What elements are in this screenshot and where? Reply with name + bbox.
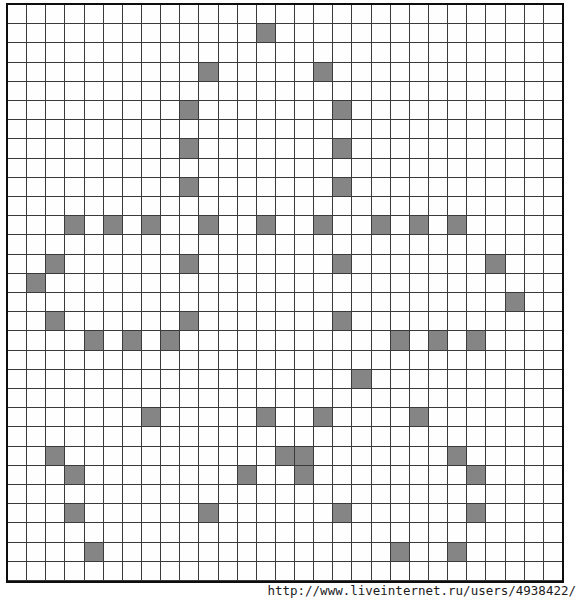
cell-r7c15-empty (295, 139, 313, 157)
cell-r27c4-empty (85, 523, 103, 541)
cell-r2c18-empty (352, 43, 370, 61)
cell-r13c1-empty (27, 255, 45, 273)
cell-r10c13-empty (257, 197, 275, 215)
cell-r18c3-empty (65, 351, 83, 369)
cell-r12c5-empty (104, 235, 122, 253)
cell-r22c25-empty (486, 427, 504, 445)
cell-r17c11-empty (219, 331, 237, 349)
cell-r7c12-empty (238, 139, 256, 157)
cell-r18c4-empty (85, 351, 103, 369)
cell-r28c26-empty (506, 543, 524, 561)
cell-r21c11-empty (219, 408, 237, 426)
cell-r23c5-empty (104, 447, 122, 465)
cell-r28c15-empty (295, 543, 313, 561)
cell-r27c25-empty (486, 523, 504, 541)
cell-r2c8-empty (161, 43, 179, 61)
cell-r19c6-empty (123, 370, 141, 388)
cell-r29c25-empty (486, 562, 504, 580)
cell-r0c23-empty (448, 5, 466, 23)
cell-r15c28-empty (544, 293, 562, 311)
cell-r3c28-empty (544, 63, 562, 81)
cell-r10c23-empty (448, 197, 466, 215)
cell-r18c26-empty (506, 351, 524, 369)
cell-r0c27-empty (525, 5, 543, 23)
cell-r16c8-empty (161, 312, 179, 330)
cell-r26c23-empty (448, 504, 466, 522)
cell-r1c6-empty (123, 24, 141, 42)
cell-r11c2-empty (46, 216, 64, 234)
cell-r6c17-empty (333, 120, 351, 138)
cell-r15c11-empty (219, 293, 237, 311)
cell-r18c22-empty (429, 351, 447, 369)
cell-r0c22-empty (429, 5, 447, 23)
cell-r14c26-empty (506, 274, 524, 292)
cell-r11c18-empty (352, 216, 370, 234)
cell-r4c9-empty (180, 82, 198, 100)
cell-r21c9-empty (180, 408, 198, 426)
cell-r14c5-empty (104, 274, 122, 292)
cell-r20c16-empty (314, 389, 332, 407)
cell-r5c10-empty (199, 101, 217, 119)
cell-r14c1-filled (27, 274, 45, 292)
cell-r5c4-empty (85, 101, 103, 119)
cell-r21c10-empty (199, 408, 217, 426)
cell-r1c20-empty (391, 24, 409, 42)
cell-r0c19-empty (372, 5, 390, 23)
cell-r25c4-empty (85, 485, 103, 503)
cell-r2c24-empty (467, 43, 485, 61)
cell-r17c21-empty (410, 331, 428, 349)
cell-r24c22-empty (429, 466, 447, 484)
cell-r14c27-empty (525, 274, 543, 292)
cell-r24c10-empty (199, 466, 217, 484)
cell-r7c17-filled (333, 139, 351, 157)
cell-r28c4-filled (85, 543, 103, 561)
cell-r14c24-empty (467, 274, 485, 292)
cell-r27c7-empty (142, 523, 160, 541)
cell-r23c28-empty (544, 447, 562, 465)
cell-r13c3-empty (65, 255, 83, 273)
cell-r18c18-empty (352, 351, 370, 369)
cell-r20c22-empty (429, 389, 447, 407)
cell-r9c22-empty (429, 178, 447, 196)
cell-r18c7-empty (142, 351, 160, 369)
cell-r21c27-empty (525, 408, 543, 426)
cell-r4c2-empty (46, 82, 64, 100)
cell-r23c16-empty (314, 447, 332, 465)
cell-r6c9-empty (180, 120, 198, 138)
cell-r22c19-empty (372, 427, 390, 445)
cell-r18c10-empty (199, 351, 217, 369)
cell-r0c2-empty (46, 5, 64, 23)
cell-r6c21-empty (410, 120, 428, 138)
cell-r28c22-empty (429, 543, 447, 561)
cell-r0c13-empty (257, 5, 275, 23)
cell-r29c18-empty (352, 562, 370, 580)
cell-r25c3-empty (65, 485, 83, 503)
cell-r14c12-empty (238, 274, 256, 292)
cell-r0c14-empty (276, 5, 294, 23)
cell-r3c1-empty (27, 63, 45, 81)
cell-r5c0-empty (8, 101, 26, 119)
cell-r7c24-empty (467, 139, 485, 157)
cell-r28c1-empty (27, 543, 45, 561)
cell-r3c24-empty (467, 63, 485, 81)
cell-r13c16-empty (314, 255, 332, 273)
cell-r20c24-empty (467, 389, 485, 407)
cell-r29c27-empty (525, 562, 543, 580)
cell-r25c22-empty (429, 485, 447, 503)
cell-r28c20-filled (391, 543, 409, 561)
cell-r4c4-empty (85, 82, 103, 100)
cell-r23c20-empty (391, 447, 409, 465)
cell-r3c26-empty (506, 63, 524, 81)
cell-r26c8-empty (161, 504, 179, 522)
cell-r25c14-empty (276, 485, 294, 503)
cell-r1c14-empty (276, 24, 294, 42)
cell-r27c2-empty (46, 523, 64, 541)
cell-r22c24-empty (467, 427, 485, 445)
cell-r23c12-empty (238, 447, 256, 465)
cell-r17c23-empty (448, 331, 466, 349)
cell-r10c28-empty (544, 197, 562, 215)
cell-r0c26-empty (506, 5, 524, 23)
cell-r25c20-empty (391, 485, 409, 503)
cell-r4c7-empty (142, 82, 160, 100)
cell-r25c7-empty (142, 485, 160, 503)
cell-r17c20-filled (391, 331, 409, 349)
cell-r28c19-empty (372, 543, 390, 561)
cell-r13c23-empty (448, 255, 466, 273)
cell-r24c9-empty (180, 466, 198, 484)
cell-r2c22-empty (429, 43, 447, 61)
cell-r11c15-empty (295, 216, 313, 234)
cell-r1c17-empty (333, 24, 351, 42)
cell-r6c23-empty (448, 120, 466, 138)
cell-r9c20-empty (391, 178, 409, 196)
cell-r5c24-empty (467, 101, 485, 119)
cell-r27c6-empty (123, 523, 141, 541)
cell-r2c10-empty (199, 43, 217, 61)
cell-r26c6-empty (123, 504, 141, 522)
cell-r6c28-empty (544, 120, 562, 138)
cell-r22c4-empty (85, 427, 103, 445)
cell-r22c15-empty (295, 427, 313, 445)
cell-r2c25-empty (486, 43, 504, 61)
cell-r7c23-empty (448, 139, 466, 157)
cell-r12c1-empty (27, 235, 45, 253)
cell-r16c28-empty (544, 312, 562, 330)
cell-r1c16-empty (314, 24, 332, 42)
cell-r23c1-empty (27, 447, 45, 465)
cell-r25c9-empty (180, 485, 198, 503)
cell-r12c26-empty (506, 235, 524, 253)
cell-r27c13-empty (257, 523, 275, 541)
cell-r4c1-empty (27, 82, 45, 100)
cell-r23c19-empty (372, 447, 390, 465)
cell-r3c9-empty (180, 63, 198, 81)
cell-r7c21-empty (410, 139, 428, 157)
cell-r6c7-empty (142, 120, 160, 138)
cell-r19c7-empty (142, 370, 160, 388)
cell-r16c15-empty (295, 312, 313, 330)
cell-r24c27-empty (525, 466, 543, 484)
cell-r28c0-empty (8, 543, 26, 561)
source-url-watermark: http://www.liveinternet.ru/users/4938422… (267, 583, 576, 598)
cell-r1c13-filled (257, 24, 275, 42)
cell-r5c20-empty (391, 101, 409, 119)
cell-r26c14-empty (276, 504, 294, 522)
cell-r29c1-empty (27, 562, 45, 580)
cell-r3c4-empty (85, 63, 103, 81)
cell-r8c6-empty (123, 159, 141, 177)
cell-r17c16-empty (314, 331, 332, 349)
cell-r22c6-empty (123, 427, 141, 445)
cell-r9c18-empty (352, 178, 370, 196)
cell-r14c17-empty (333, 274, 351, 292)
cell-r2c6-empty (123, 43, 141, 61)
cell-r18c13-empty (257, 351, 275, 369)
cell-r13c24-empty (467, 255, 485, 273)
cell-r15c26-filled (506, 293, 524, 311)
cell-r9c11-empty (219, 178, 237, 196)
cell-r4c16-empty (314, 82, 332, 100)
cell-r11c6-empty (123, 216, 141, 234)
cell-r21c28-empty (544, 408, 562, 426)
cell-r24c0-empty (8, 466, 26, 484)
cell-r13c7-empty (142, 255, 160, 273)
cell-r3c7-empty (142, 63, 160, 81)
cell-r13c5-empty (104, 255, 122, 273)
cell-r11c5-filled (104, 216, 122, 234)
cell-r3c16-filled (314, 63, 332, 81)
cell-r19c8-empty (161, 370, 179, 388)
cell-r18c24-empty (467, 351, 485, 369)
cell-r10c21-empty (410, 197, 428, 215)
cell-r5c17-filled (333, 101, 351, 119)
cell-r17c4-filled (85, 331, 103, 349)
cell-r9c25-empty (486, 178, 504, 196)
cell-r16c22-empty (429, 312, 447, 330)
cell-r17c3-empty (65, 331, 83, 349)
cell-r3c6-empty (123, 63, 141, 81)
cell-r22c0-empty (8, 427, 26, 445)
cell-r19c14-empty (276, 370, 294, 388)
cell-r7c6-empty (123, 139, 141, 157)
cell-r19c24-empty (467, 370, 485, 388)
cell-r16c2-filled (46, 312, 64, 330)
cell-r4c28-empty (544, 82, 562, 100)
cell-r21c25-empty (486, 408, 504, 426)
cell-r25c26-empty (506, 485, 524, 503)
cell-r19c0-empty (8, 370, 26, 388)
cell-r0c17-empty (333, 5, 351, 23)
cell-r20c28-empty (544, 389, 562, 407)
cell-r27c28-empty (544, 523, 562, 541)
cell-r5c7-empty (142, 101, 160, 119)
cell-r0c24-empty (467, 5, 485, 23)
cell-r20c2-empty (46, 389, 64, 407)
cell-r15c18-empty (352, 293, 370, 311)
cell-r13c8-empty (161, 255, 179, 273)
cell-r18c6-empty (123, 351, 141, 369)
cell-r14c3-empty (65, 274, 83, 292)
cell-r24c5-empty (104, 466, 122, 484)
cell-r2c0-empty (8, 43, 26, 61)
cell-r14c19-empty (372, 274, 390, 292)
cell-r15c16-empty (314, 293, 332, 311)
cell-r21c24-empty (467, 408, 485, 426)
cell-r23c10-empty (199, 447, 217, 465)
cell-r14c6-empty (123, 274, 141, 292)
cell-r24c23-empty (448, 466, 466, 484)
cell-r25c0-empty (8, 485, 26, 503)
cell-r22c5-empty (104, 427, 122, 445)
cell-r12c19-empty (372, 235, 390, 253)
cell-r0c12-empty (238, 5, 256, 23)
cell-r2c28-empty (544, 43, 562, 61)
cell-r8c18-empty (352, 159, 370, 177)
cell-r7c25-empty (486, 139, 504, 157)
cell-r8c4-empty (85, 159, 103, 177)
cell-r3c25-empty (486, 63, 504, 81)
cell-r28c6-empty (123, 543, 141, 561)
cell-r6c15-empty (295, 120, 313, 138)
cell-r26c20-empty (391, 504, 409, 522)
cell-r20c9-empty (180, 389, 198, 407)
cell-r20c21-empty (410, 389, 428, 407)
cell-r17c24-filled (467, 331, 485, 349)
cell-r8c22-empty (429, 159, 447, 177)
cell-r16c5-empty (104, 312, 122, 330)
cell-r11c4-empty (85, 216, 103, 234)
cell-r12c10-empty (199, 235, 217, 253)
cell-r21c4-empty (85, 408, 103, 426)
cell-r16c1-empty (27, 312, 45, 330)
cell-r7c28-empty (544, 139, 562, 157)
cell-r27c15-empty (295, 523, 313, 541)
cell-r6c14-empty (276, 120, 294, 138)
cell-r1c26-empty (506, 24, 524, 42)
cell-r15c27-empty (525, 293, 543, 311)
cell-r5c23-empty (448, 101, 466, 119)
cell-r2c9-empty (180, 43, 198, 61)
cell-r13c27-empty (525, 255, 543, 273)
cell-r23c0-empty (8, 447, 26, 465)
cell-r5c2-empty (46, 101, 64, 119)
cell-r0c10-empty (199, 5, 217, 23)
cell-r29c22-empty (429, 562, 447, 580)
cell-r26c4-empty (85, 504, 103, 522)
cell-r20c0-empty (8, 389, 26, 407)
cell-r29c15-empty (295, 562, 313, 580)
cell-r24c15-filled (295, 466, 313, 484)
cell-r10c10-empty (199, 197, 217, 215)
cell-r16c20-empty (391, 312, 409, 330)
cell-r23c17-empty (333, 447, 351, 465)
cell-r14c20-empty (391, 274, 409, 292)
cell-r16c27-empty (525, 312, 543, 330)
cell-r5c26-empty (506, 101, 524, 119)
cell-r2c1-empty (27, 43, 45, 61)
cell-r11c8-empty (161, 216, 179, 234)
cell-r11c20-empty (391, 216, 409, 234)
cell-r3c2-empty (46, 63, 64, 81)
cell-r11c11-empty (219, 216, 237, 234)
cell-r2c12-empty (238, 43, 256, 61)
cell-r1c5-empty (104, 24, 122, 42)
cell-r7c2-empty (46, 139, 64, 157)
cell-r22c12-empty (238, 427, 256, 445)
cell-r14c23-empty (448, 274, 466, 292)
cell-r1c9-empty (180, 24, 198, 42)
cell-r15c14-empty (276, 293, 294, 311)
cell-r14c22-empty (429, 274, 447, 292)
cell-r0c8-empty (161, 5, 179, 23)
cell-r9c8-empty (161, 178, 179, 196)
cell-r16c14-empty (276, 312, 294, 330)
cell-r8c0-empty (8, 159, 26, 177)
cell-r7c3-empty (65, 139, 83, 157)
cell-r13c15-empty (295, 255, 313, 273)
cell-r10c1-empty (27, 197, 45, 215)
cell-r18c11-empty (219, 351, 237, 369)
cell-r26c5-empty (104, 504, 122, 522)
cell-r18c0-empty (8, 351, 26, 369)
cell-r22c20-empty (391, 427, 409, 445)
cell-r25c17-empty (333, 485, 351, 503)
cell-r12c25-empty (486, 235, 504, 253)
cell-r26c13-empty (257, 504, 275, 522)
cell-r7c9-filled (180, 139, 198, 157)
cell-r2c16-empty (314, 43, 332, 61)
cell-r5c5-empty (104, 101, 122, 119)
cell-r8c12-empty (238, 159, 256, 177)
cell-r24c26-empty (506, 466, 524, 484)
cell-r28c9-empty (180, 543, 198, 561)
cell-r24c3-filled (65, 466, 83, 484)
cell-r8c13-empty (257, 159, 275, 177)
cell-r18c5-empty (104, 351, 122, 369)
cell-r24c19-empty (372, 466, 390, 484)
cell-r16c7-empty (142, 312, 160, 330)
cell-r23c21-empty (410, 447, 428, 465)
cell-r11c14-empty (276, 216, 294, 234)
cell-r5c28-empty (544, 101, 562, 119)
cell-r27c22-empty (429, 523, 447, 541)
cell-r17c0-empty (8, 331, 26, 349)
cell-r9c15-empty (295, 178, 313, 196)
cell-r26c12-empty (238, 504, 256, 522)
cell-r25c24-empty (467, 485, 485, 503)
cell-r13c25-filled (486, 255, 504, 273)
cell-r29c14-empty (276, 562, 294, 580)
cell-r10c12-empty (238, 197, 256, 215)
cell-r10c9-empty (180, 197, 198, 215)
cell-r0c21-empty (410, 5, 428, 23)
cell-r3c3-empty (65, 63, 83, 81)
cell-r21c1-empty (27, 408, 45, 426)
cell-r10c11-empty (219, 197, 237, 215)
cell-r16c6-empty (123, 312, 141, 330)
cell-r25c21-empty (410, 485, 428, 503)
cell-r28c8-empty (161, 543, 179, 561)
cell-r27c8-empty (161, 523, 179, 541)
cell-r11c21-filled (410, 216, 428, 234)
cell-r12c20-empty (391, 235, 409, 253)
cell-r27c0-empty (8, 523, 26, 541)
cell-r17c1-empty (27, 331, 45, 349)
